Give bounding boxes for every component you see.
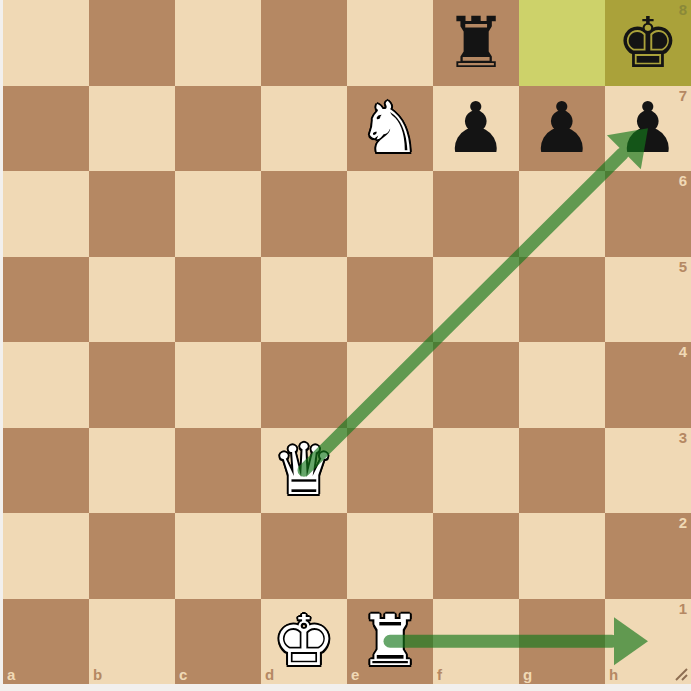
black-pawn-h7[interactable]: ♟ [605,86,691,172]
square-c7[interactable] [175,86,261,172]
rank-label-4: 4 [679,343,687,360]
square-d7[interactable] [261,86,347,172]
square-c5[interactable] [175,257,261,343]
square-h4[interactable]: 4 [605,342,691,428]
square-d2[interactable] [261,513,347,599]
square-g4[interactable] [519,342,605,428]
square-d4[interactable] [261,342,347,428]
square-c1[interactable]: c [175,599,261,685]
square-b1[interactable]: b [89,599,175,685]
square-f2[interactable] [433,513,519,599]
square-e1[interactable]: e♜ [347,599,433,685]
file-label-g: g [523,666,532,683]
white-rook-e1[interactable]: ♜ [347,599,433,685]
square-h7[interactable]: 7♟ [605,86,691,172]
square-b6[interactable] [89,171,175,257]
square-e7[interactable]: ♞ [347,86,433,172]
square-d5[interactable] [261,257,347,343]
square-b7[interactable] [89,86,175,172]
square-g3[interactable] [519,428,605,514]
square-g7[interactable]: ♟ [519,86,605,172]
square-c3[interactable] [175,428,261,514]
square-h3[interactable]: 3 [605,428,691,514]
file-label-c: c [179,666,187,683]
black-king-h8[interactable]: ♚ [605,0,691,86]
square-a2[interactable] [3,513,89,599]
rank-label-6: 6 [679,172,687,189]
square-c6[interactable] [175,171,261,257]
rank-label-5: 5 [679,258,687,275]
square-f5[interactable] [433,257,519,343]
square-c8[interactable] [175,0,261,86]
square-a4[interactable] [3,342,89,428]
rank-label-1: 1 [679,600,687,617]
square-h6[interactable]: 6 [605,171,691,257]
square-g1[interactable]: g [519,599,605,685]
square-b8[interactable] [89,0,175,86]
file-label-a: a [7,666,15,683]
white-knight-e7[interactable]: ♞ [347,86,433,172]
square-c2[interactable] [175,513,261,599]
square-h2[interactable]: 2 [605,513,691,599]
resize-handle-icon[interactable] [671,664,689,682]
square-c4[interactable] [175,342,261,428]
rank-label-2: 2 [679,514,687,531]
file-label-h: h [609,666,618,683]
square-g8[interactable] [519,0,605,86]
square-e8[interactable] [347,0,433,86]
square-f7[interactable]: ♟ [433,86,519,172]
square-f1[interactable]: f [433,599,519,685]
square-h8[interactable]: 8♚ [605,0,691,86]
square-d8[interactable] [261,0,347,86]
square-d6[interactable] [261,171,347,257]
file-label-b: b [93,666,102,683]
square-f8[interactable]: ♜ [433,0,519,86]
square-h5[interactable]: 5 [605,257,691,343]
square-b4[interactable] [89,342,175,428]
square-a1[interactable]: a [3,599,89,685]
rank-label-3: 3 [679,429,687,446]
square-b3[interactable] [89,428,175,514]
square-g6[interactable] [519,171,605,257]
square-a3[interactable] [3,428,89,514]
square-g2[interactable] [519,513,605,599]
square-a8[interactable] [3,0,89,86]
square-e2[interactable] [347,513,433,599]
square-a7[interactable] [3,86,89,172]
chess-board: ♜8♚♞♟♟7♟654♛32abcd♚e♜fg1h [3,0,691,684]
square-f4[interactable] [433,342,519,428]
file-label-f: f [437,666,442,683]
square-f3[interactable] [433,428,519,514]
square-d3[interactable]: ♛ [261,428,347,514]
black-rook-f8[interactable]: ♜ [433,0,519,86]
square-g5[interactable] [519,257,605,343]
square-b5[interactable] [89,257,175,343]
square-a5[interactable] [3,257,89,343]
square-d1[interactable]: d♚ [261,599,347,685]
white-king-d1[interactable]: ♚ [261,599,347,685]
square-f6[interactable] [433,171,519,257]
black-pawn-f7[interactable]: ♟ [433,86,519,172]
square-e4[interactable] [347,342,433,428]
white-queen-d3[interactable]: ♛ [261,428,347,514]
square-a6[interactable] [3,171,89,257]
square-e6[interactable] [347,171,433,257]
black-pawn-g7[interactable]: ♟ [519,86,605,172]
square-b2[interactable] [89,513,175,599]
square-e5[interactable] [347,257,433,343]
square-e3[interactable] [347,428,433,514]
